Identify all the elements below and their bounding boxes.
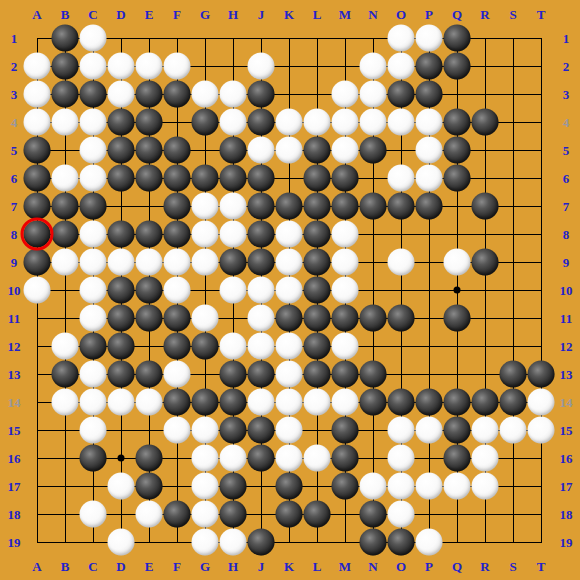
coord-label-row-left: 14 xyxy=(8,396,21,409)
stone-black xyxy=(192,389,219,416)
stone-white xyxy=(360,81,387,108)
coord-label-col-top: C xyxy=(88,8,97,21)
stone-white xyxy=(332,109,359,136)
stone-black xyxy=(248,221,275,248)
stone-white xyxy=(248,389,275,416)
stone-black xyxy=(164,193,191,220)
stone-white xyxy=(80,501,107,528)
coord-label-row-left: 7 xyxy=(11,200,18,213)
stone-black xyxy=(472,109,499,136)
coord-label-row-left: 19 xyxy=(8,536,21,549)
stone-black xyxy=(192,109,219,136)
stone-white xyxy=(24,81,51,108)
stone-black xyxy=(416,193,443,220)
stone-white xyxy=(276,277,303,304)
stone-black xyxy=(220,165,247,192)
stone-white xyxy=(332,389,359,416)
stone-black xyxy=(52,25,79,52)
stone-white xyxy=(136,389,163,416)
coord-label-col-top: F xyxy=(173,8,181,21)
stone-white xyxy=(220,445,247,472)
coord-label-row-right: 12 xyxy=(560,340,573,353)
stone-white xyxy=(332,249,359,276)
stone-black xyxy=(444,109,471,136)
stone-black xyxy=(276,501,303,528)
stone-white xyxy=(388,417,415,444)
stone-black xyxy=(136,361,163,388)
coord-label-col-bottom: O xyxy=(396,560,406,573)
stone-black xyxy=(304,501,331,528)
stone-black xyxy=(136,221,163,248)
stone-white xyxy=(444,473,471,500)
stone-black xyxy=(416,81,443,108)
stone-black xyxy=(304,305,331,332)
stone-black xyxy=(248,445,275,472)
coord-label-col-bottom: L xyxy=(313,560,322,573)
star-point xyxy=(118,455,125,462)
stone-black xyxy=(276,473,303,500)
stone-white xyxy=(52,165,79,192)
stone-black xyxy=(304,137,331,164)
stone-black xyxy=(304,277,331,304)
stone-white xyxy=(276,109,303,136)
stone-black xyxy=(248,81,275,108)
stone-white xyxy=(276,221,303,248)
stone-black xyxy=(444,165,471,192)
stone-black xyxy=(444,389,471,416)
stone-white xyxy=(52,249,79,276)
coord-label-col-bottom: T xyxy=(537,560,546,573)
stone-white xyxy=(108,81,135,108)
stone-black xyxy=(388,529,415,556)
stone-white xyxy=(192,473,219,500)
stone-white xyxy=(304,445,331,472)
stone-black xyxy=(500,361,527,388)
stone-black xyxy=(164,81,191,108)
stone-white xyxy=(472,473,499,500)
stone-black xyxy=(472,193,499,220)
coord-label-col-top: R xyxy=(480,8,489,21)
coord-label-row-left: 5 xyxy=(11,144,18,157)
stone-white xyxy=(416,529,443,556)
stone-black xyxy=(248,249,275,276)
stone-black xyxy=(136,137,163,164)
stone-black xyxy=(388,389,415,416)
stone-white xyxy=(108,249,135,276)
stone-white xyxy=(276,333,303,360)
coord-label-col-bottom: K xyxy=(284,560,294,573)
stone-white xyxy=(332,81,359,108)
stone-black xyxy=(108,137,135,164)
stone-white xyxy=(332,333,359,360)
stone-black xyxy=(444,53,471,80)
stone-black xyxy=(472,249,499,276)
stone-black xyxy=(304,193,331,220)
coord-label-col-top: N xyxy=(368,8,377,21)
stone-black xyxy=(192,165,219,192)
stone-black xyxy=(388,81,415,108)
stone-white xyxy=(220,193,247,220)
stone-white xyxy=(220,333,247,360)
stone-black xyxy=(52,193,79,220)
stone-black xyxy=(360,193,387,220)
stone-black xyxy=(80,193,107,220)
coord-label-row-right: 15 xyxy=(560,424,573,437)
coord-label-row-right: 10 xyxy=(560,284,573,297)
coord-label-row-left: 18 xyxy=(8,508,21,521)
coord-label-col-top: E xyxy=(145,8,154,21)
stone-black xyxy=(136,165,163,192)
stone-white xyxy=(80,109,107,136)
coord-label-row-right: 19 xyxy=(560,536,573,549)
coord-label-col-bottom: C xyxy=(88,560,97,573)
stone-white xyxy=(220,109,247,136)
stone-black xyxy=(108,221,135,248)
coord-label-col-bottom: M xyxy=(339,560,351,573)
stone-black xyxy=(360,501,387,528)
coord-label-col-top: B xyxy=(61,8,70,21)
stone-white xyxy=(528,389,555,416)
stone-black xyxy=(332,445,359,472)
stone-black xyxy=(52,53,79,80)
stone-white xyxy=(388,25,415,52)
stone-white xyxy=(80,25,107,52)
stone-white xyxy=(80,137,107,164)
stone-black xyxy=(108,305,135,332)
coord-label-row-right: 13 xyxy=(560,368,573,381)
coord-label-row-right: 9 xyxy=(563,256,570,269)
stone-black xyxy=(304,333,331,360)
stone-white xyxy=(276,137,303,164)
coord-label-col-bottom: J xyxy=(258,560,265,573)
stone-white xyxy=(164,417,191,444)
coord-label-col-top: T xyxy=(537,8,546,21)
coord-label-col-bottom: R xyxy=(480,560,489,573)
stone-black xyxy=(164,165,191,192)
stone-white xyxy=(248,277,275,304)
coord-label-row-left: 15 xyxy=(8,424,21,437)
stone-white xyxy=(108,529,135,556)
go-board[interactable]: AABBCCDDEEFFGGHHJJKKLLMMNNOOPPQQRRSSTT11… xyxy=(0,0,580,580)
last-move-marker xyxy=(21,218,54,251)
stone-black xyxy=(332,417,359,444)
stone-black xyxy=(136,109,163,136)
stone-white xyxy=(416,109,443,136)
stone-black xyxy=(80,333,107,360)
stone-white xyxy=(80,277,107,304)
coord-label-col-bottom: H xyxy=(228,560,238,573)
stone-white xyxy=(108,473,135,500)
stone-white xyxy=(192,417,219,444)
stone-black xyxy=(444,445,471,472)
stone-black xyxy=(164,221,191,248)
coord-label-row-right: 2 xyxy=(563,60,570,73)
coord-label-row-left: 11 xyxy=(8,312,20,325)
coord-label-col-top: G xyxy=(200,8,210,21)
coord-label-row-right: 17 xyxy=(560,480,573,493)
stone-black xyxy=(332,193,359,220)
stone-white xyxy=(164,249,191,276)
stone-black xyxy=(276,305,303,332)
stone-white xyxy=(276,249,303,276)
stone-white xyxy=(164,53,191,80)
stone-black xyxy=(248,529,275,556)
stone-black xyxy=(360,361,387,388)
coord-label-row-left: 6 xyxy=(11,172,18,185)
stone-black xyxy=(52,361,79,388)
coord-label-col-bottom: B xyxy=(61,560,70,573)
coord-label-col-bottom: S xyxy=(509,560,516,573)
stone-white xyxy=(192,305,219,332)
stone-black xyxy=(332,305,359,332)
stone-white xyxy=(192,529,219,556)
stone-white xyxy=(276,445,303,472)
stone-black xyxy=(332,165,359,192)
coord-label-col-top: D xyxy=(116,8,125,21)
stone-white xyxy=(52,333,79,360)
coord-label-row-right: 14 xyxy=(560,396,573,409)
coord-label-col-top: L xyxy=(313,8,322,21)
coord-label-row-right: 18 xyxy=(560,508,573,521)
coord-label-row-right: 4 xyxy=(563,116,570,129)
stone-black xyxy=(332,473,359,500)
stone-white xyxy=(500,417,527,444)
stone-black xyxy=(332,361,359,388)
stone-white xyxy=(80,53,107,80)
stone-black xyxy=(416,53,443,80)
stone-white xyxy=(416,137,443,164)
stone-white xyxy=(388,501,415,528)
coord-label-col-bottom: P xyxy=(425,560,433,573)
stone-black xyxy=(108,333,135,360)
stone-black xyxy=(136,277,163,304)
stone-white xyxy=(416,473,443,500)
stone-black xyxy=(24,137,51,164)
coord-label-row-left: 4 xyxy=(11,116,18,129)
stone-white xyxy=(388,165,415,192)
stone-white xyxy=(388,249,415,276)
stone-black xyxy=(220,361,247,388)
coord-label-row-left: 1 xyxy=(11,32,18,45)
stone-black xyxy=(220,417,247,444)
stone-white xyxy=(52,389,79,416)
grid-line-vertical xyxy=(513,38,514,543)
stone-white xyxy=(332,221,359,248)
stone-black xyxy=(248,417,275,444)
stone-white xyxy=(332,137,359,164)
coord-label-col-top: H xyxy=(228,8,238,21)
stone-white xyxy=(192,249,219,276)
stone-black xyxy=(388,193,415,220)
stone-black xyxy=(24,165,51,192)
stone-black xyxy=(136,473,163,500)
coord-label-col-bottom: E xyxy=(145,560,154,573)
stone-white xyxy=(80,165,107,192)
stone-black xyxy=(360,529,387,556)
coord-label-row-left: 17 xyxy=(8,480,21,493)
coord-label-row-left: 13 xyxy=(8,368,21,381)
coord-label-col-bottom: F xyxy=(173,560,181,573)
stone-black xyxy=(360,137,387,164)
stone-white xyxy=(444,249,471,276)
coord-label-row-right: 8 xyxy=(563,228,570,241)
stone-white xyxy=(192,81,219,108)
stone-black xyxy=(304,361,331,388)
stone-black xyxy=(52,221,79,248)
coord-label-col-top: P xyxy=(425,8,433,21)
stone-white xyxy=(24,109,51,136)
stone-white xyxy=(248,137,275,164)
stone-black xyxy=(220,249,247,276)
stone-white xyxy=(136,53,163,80)
stone-white xyxy=(192,501,219,528)
stone-white xyxy=(136,249,163,276)
stone-black xyxy=(164,305,191,332)
stone-black xyxy=(444,305,471,332)
stone-black xyxy=(24,193,51,220)
coord-label-col-bottom: D xyxy=(116,560,125,573)
stone-white xyxy=(388,53,415,80)
coord-label-row-right: 1 xyxy=(563,32,570,45)
stone-white xyxy=(220,529,247,556)
star-point xyxy=(454,287,461,294)
grid-line-vertical xyxy=(541,38,542,543)
coord-label-row-left: 3 xyxy=(11,88,18,101)
stone-black xyxy=(192,333,219,360)
stone-black xyxy=(220,473,247,500)
stone-black xyxy=(528,361,555,388)
stone-white xyxy=(220,81,247,108)
coord-label-row-right: 5 xyxy=(563,144,570,157)
stone-black xyxy=(164,389,191,416)
coord-label-row-left: 12 xyxy=(8,340,21,353)
stone-black xyxy=(220,137,247,164)
stone-black xyxy=(444,417,471,444)
stone-white xyxy=(276,389,303,416)
stone-white xyxy=(276,417,303,444)
stone-white xyxy=(192,221,219,248)
stone-white xyxy=(192,445,219,472)
stone-black xyxy=(52,81,79,108)
coord-label-row-left: 2 xyxy=(11,60,18,73)
stone-white xyxy=(472,417,499,444)
stone-black xyxy=(136,81,163,108)
stone-white xyxy=(220,277,247,304)
coord-label-col-top: M xyxy=(339,8,351,21)
stone-black xyxy=(136,305,163,332)
coord-label-col-top: Q xyxy=(452,8,462,21)
stone-black xyxy=(388,305,415,332)
stone-white xyxy=(24,277,51,304)
coord-label-col-top: O xyxy=(396,8,406,21)
stone-white xyxy=(528,417,555,444)
stone-black xyxy=(360,389,387,416)
stone-black xyxy=(220,501,247,528)
stone-white xyxy=(164,277,191,304)
stone-white xyxy=(136,501,163,528)
stone-black xyxy=(248,109,275,136)
stone-black xyxy=(304,221,331,248)
stone-black xyxy=(24,249,51,276)
stone-white xyxy=(80,305,107,332)
stone-black xyxy=(164,501,191,528)
stone-white xyxy=(388,445,415,472)
coord-label-row-left: 9 xyxy=(11,256,18,269)
coord-label-col-top: J xyxy=(258,8,265,21)
stone-white xyxy=(360,109,387,136)
stone-white xyxy=(388,473,415,500)
stone-white xyxy=(80,417,107,444)
coord-label-row-right: 11 xyxy=(560,312,572,325)
stone-white xyxy=(332,277,359,304)
stone-white xyxy=(360,473,387,500)
stone-white xyxy=(248,53,275,80)
stone-black xyxy=(164,333,191,360)
coord-label-col-bottom: Q xyxy=(452,560,462,573)
stone-black xyxy=(108,165,135,192)
coord-label-row-right: 16 xyxy=(560,452,573,465)
stone-white xyxy=(192,193,219,220)
stone-black xyxy=(276,193,303,220)
stone-black xyxy=(304,249,331,276)
coord-label-col-bottom: A xyxy=(32,560,41,573)
stone-white xyxy=(164,361,191,388)
stone-white xyxy=(276,361,303,388)
stone-white xyxy=(80,221,107,248)
stone-black xyxy=(360,305,387,332)
stone-white xyxy=(360,53,387,80)
stone-white xyxy=(304,109,331,136)
stone-white xyxy=(416,417,443,444)
stone-black xyxy=(80,445,107,472)
stone-black xyxy=(472,389,499,416)
stone-white xyxy=(108,389,135,416)
stone-black xyxy=(164,137,191,164)
stone-white xyxy=(24,53,51,80)
stone-black xyxy=(444,25,471,52)
coord-label-col-bottom: N xyxy=(368,560,377,573)
coord-label-row-right: 7 xyxy=(563,200,570,213)
stone-white xyxy=(80,389,107,416)
stone-white xyxy=(304,389,331,416)
stone-white xyxy=(416,25,443,52)
stone-black xyxy=(248,193,275,220)
coord-label-col-top: K xyxy=(284,8,294,21)
coord-label-row-left: 8 xyxy=(11,228,18,241)
coord-label-col-top: A xyxy=(32,8,41,21)
stone-black xyxy=(108,277,135,304)
stone-black xyxy=(80,81,107,108)
stone-white xyxy=(248,333,275,360)
stone-white xyxy=(80,361,107,388)
stone-black xyxy=(248,361,275,388)
stone-black xyxy=(136,445,163,472)
stone-black xyxy=(108,109,135,136)
stone-white xyxy=(416,165,443,192)
stone-white xyxy=(80,249,107,276)
stone-white xyxy=(472,445,499,472)
coord-label-col-bottom: G xyxy=(200,560,210,573)
coord-label-col-top: S xyxy=(509,8,516,21)
coord-label-row-right: 6 xyxy=(563,172,570,185)
stone-black xyxy=(416,389,443,416)
stone-white xyxy=(52,109,79,136)
stone-black xyxy=(444,137,471,164)
stone-white xyxy=(248,305,275,332)
stone-white xyxy=(220,221,247,248)
stone-black xyxy=(304,165,331,192)
stone-black xyxy=(248,165,275,192)
